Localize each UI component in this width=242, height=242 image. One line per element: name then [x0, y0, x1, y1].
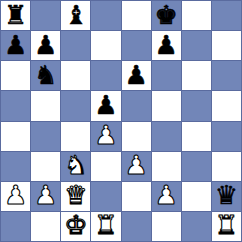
piece-black-knight[interactable]: ♞ — [34, 62, 57, 88]
square-h2[interactable]: ♛ — [212, 182, 241, 211]
piece-white-king[interactable]: ♚ — [64, 212, 87, 238]
square-b8[interactable] — [31, 1, 60, 30]
square-a8[interactable]: ♜ — [1, 1, 30, 30]
square-a6[interactable] — [1, 61, 30, 90]
square-e1[interactable] — [122, 212, 151, 241]
square-b2[interactable]: ♟ — [31, 182, 60, 211]
square-a3[interactable] — [1, 152, 30, 181]
piece-black-pawn[interactable]: ♟ — [124, 62, 147, 88]
square-g8[interactable] — [182, 1, 211, 30]
square-e2[interactable] — [122, 182, 151, 211]
square-h3[interactable] — [212, 152, 241, 181]
square-b1[interactable] — [31, 212, 60, 241]
square-f4[interactable] — [152, 122, 181, 151]
square-g3[interactable] — [182, 152, 211, 181]
piece-black-rook[interactable]: ♜ — [4, 2, 27, 28]
piece-white-pawn[interactable]: ♟ — [124, 152, 147, 178]
square-b5[interactable] — [31, 91, 60, 120]
square-c8[interactable]: ♝ — [61, 1, 90, 30]
square-c3[interactable]: ♞ — [61, 152, 90, 181]
square-f1[interactable] — [152, 212, 181, 241]
piece-white-rook[interactable]: ♜ — [215, 212, 238, 238]
square-c7[interactable] — [61, 31, 90, 60]
square-d8[interactable] — [91, 1, 120, 30]
piece-white-pawn[interactable]: ♟ — [155, 182, 178, 208]
square-b7[interactable]: ♟ — [31, 31, 60, 60]
square-h4[interactable] — [212, 122, 241, 151]
square-h5[interactable] — [212, 91, 241, 120]
piece-black-king[interactable]: ♚ — [155, 2, 178, 28]
square-e8[interactable] — [122, 1, 151, 30]
piece-white-queen[interactable]: ♛ — [64, 182, 87, 208]
square-d6[interactable] — [91, 61, 120, 90]
square-e3[interactable]: ♟ — [122, 152, 151, 181]
square-h1[interactable]: ♜ — [212, 212, 241, 241]
square-c4[interactable] — [61, 122, 90, 151]
square-g5[interactable] — [182, 91, 211, 120]
square-d4[interactable]: ♟ — [91, 122, 120, 151]
square-g4[interactable] — [182, 122, 211, 151]
square-d7[interactable] — [91, 31, 120, 60]
square-c1[interactable]: ♚ — [61, 212, 90, 241]
piece-black-pawn[interactable]: ♟ — [34, 32, 57, 58]
square-e7[interactable] — [122, 31, 151, 60]
piece-white-knight[interactable]: ♞ — [64, 152, 87, 178]
piece-white-rook[interactable]: ♜ — [94, 212, 117, 238]
square-h8[interactable] — [212, 1, 241, 30]
square-c5[interactable] — [61, 91, 90, 120]
piece-black-pawn[interactable]: ♟ — [155, 32, 178, 58]
square-c2[interactable]: ♛ — [61, 182, 90, 211]
square-g1[interactable] — [182, 212, 211, 241]
square-g6[interactable] — [182, 61, 211, 90]
piece-black-pawn[interactable]: ♟ — [94, 92, 117, 118]
square-e4[interactable] — [122, 122, 151, 151]
square-f2[interactable]: ♟ — [152, 182, 181, 211]
square-a4[interactable] — [1, 122, 30, 151]
square-b3[interactable] — [31, 152, 60, 181]
chess-board: ♜♝♚♟♟♟♞♟♟♟♞♟♟♟♛♟♛♚♜♜ — [0, 0, 242, 242]
square-e5[interactable] — [122, 91, 151, 120]
square-b6[interactable]: ♞ — [31, 61, 60, 90]
square-b4[interactable] — [31, 122, 60, 151]
square-g2[interactable] — [182, 182, 211, 211]
square-d5[interactable]: ♟ — [91, 91, 120, 120]
square-a1[interactable] — [1, 212, 30, 241]
piece-white-pawn[interactable]: ♟ — [34, 182, 57, 208]
square-a2[interactable]: ♟ — [1, 182, 30, 211]
square-f5[interactable] — [152, 91, 181, 120]
square-f8[interactable]: ♚ — [152, 1, 181, 30]
square-f6[interactable] — [152, 61, 181, 90]
piece-black-queen[interactable]: ♛ — [215, 182, 238, 208]
square-c6[interactable] — [61, 61, 90, 90]
square-h6[interactable] — [212, 61, 241, 90]
square-d2[interactable] — [91, 182, 120, 211]
piece-white-pawn[interactable]: ♟ — [4, 182, 27, 208]
square-d3[interactable] — [91, 152, 120, 181]
square-a5[interactable] — [1, 91, 30, 120]
square-h7[interactable] — [212, 31, 241, 60]
square-d1[interactable]: ♜ — [91, 212, 120, 241]
square-f7[interactable]: ♟ — [152, 31, 181, 60]
piece-black-pawn[interactable]: ♟ — [4, 32, 27, 58]
piece-white-pawn[interactable]: ♟ — [94, 122, 117, 148]
square-g7[interactable] — [182, 31, 211, 60]
square-a7[interactable]: ♟ — [1, 31, 30, 60]
square-f3[interactable] — [152, 152, 181, 181]
square-e6[interactable]: ♟ — [122, 61, 151, 90]
piece-black-bishop[interactable]: ♝ — [64, 2, 87, 28]
